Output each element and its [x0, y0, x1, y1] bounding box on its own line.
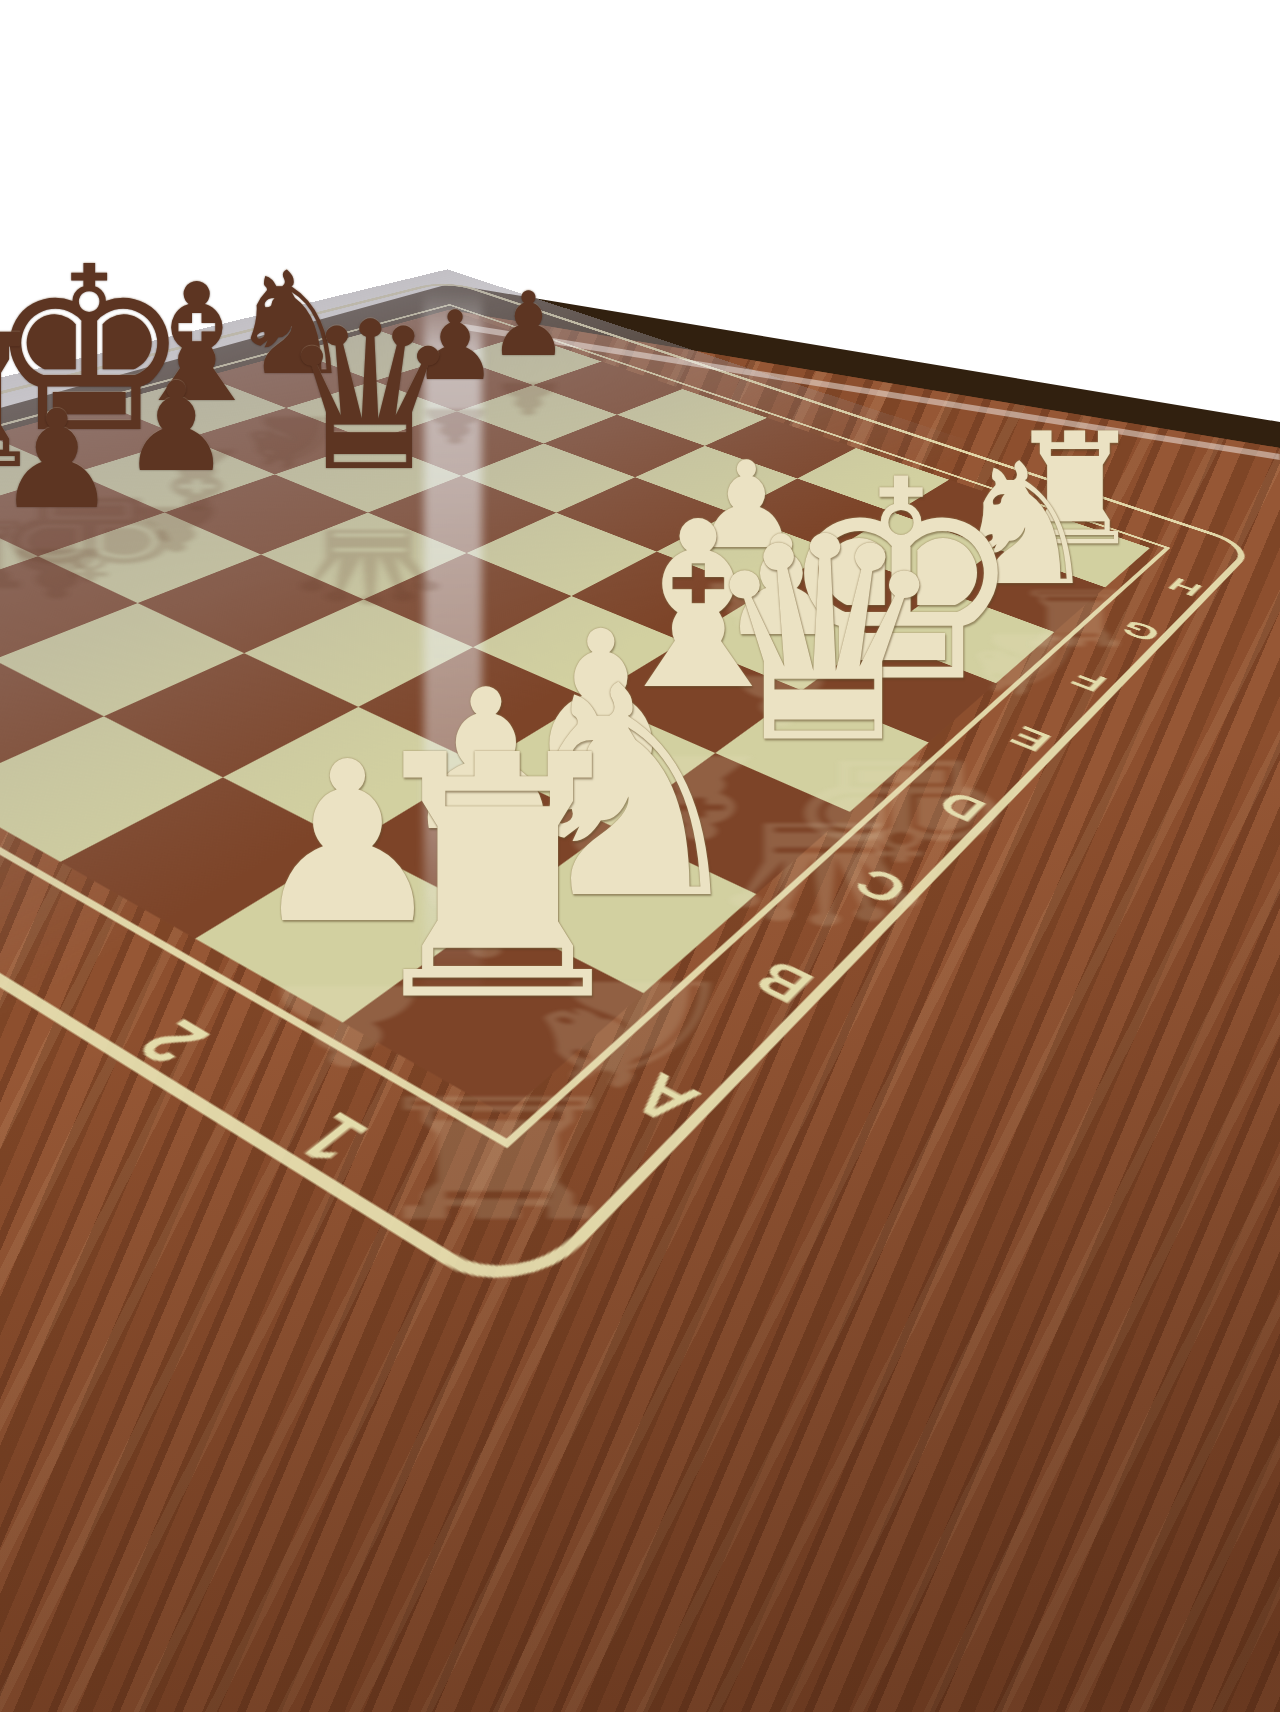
chess-table-photo: ABCDEFGH12 ♜♜♞♞♛♛♚♚♞♞♜♜♟♟♟♟♟♟♝♝♟♟♟♟♜♜♚♚♝… [0, 0, 1280, 1712]
black-pawn-c7[interactable]: ♟ [0, 393, 118, 529]
white-rook-a1[interactable]: ♜ [348, 713, 648, 1048]
black-pawn-h7[interactable]: ♟ [489, 281, 568, 370]
black-pawn-d7[interactable]: ♟ [121, 365, 232, 488]
black-queen-e6[interactable]: ♛ [278, 295, 462, 500]
